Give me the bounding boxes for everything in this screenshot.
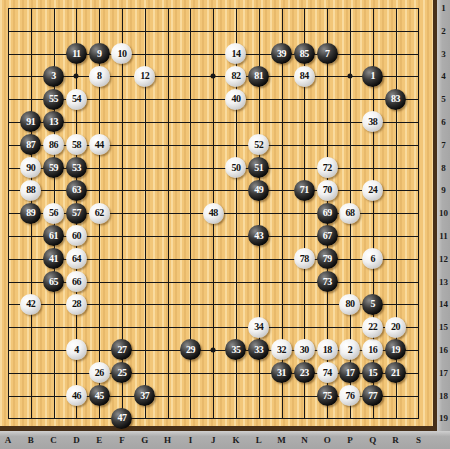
col-label-Q: Q — [369, 435, 376, 445]
stone-84: 84 — [294, 66, 315, 87]
stone-41: 41 — [43, 248, 64, 269]
move-number: 12 — [140, 71, 149, 81]
stone-83: 83 — [385, 89, 406, 110]
stone-79: 79 — [317, 248, 338, 269]
stone-81: 81 — [248, 66, 269, 87]
stone-37: 37 — [134, 385, 155, 406]
stone-21: 21 — [385, 362, 406, 383]
stone-39: 39 — [271, 43, 292, 64]
move-number: 58 — [72, 140, 81, 150]
move-number: 35 — [231, 345, 240, 355]
move-number: 41 — [49, 254, 58, 264]
stone-12: 12 — [134, 66, 155, 87]
stone-51: 51 — [248, 157, 269, 178]
move-number: 3 — [51, 71, 56, 81]
col-label-N: N — [301, 435, 308, 445]
move-number: 18 — [323, 345, 332, 355]
row-label-10: 10 — [439, 208, 448, 218]
stone-31: 31 — [271, 362, 292, 383]
stone-30: 30 — [294, 339, 315, 360]
stone-2: 2 — [339, 339, 360, 360]
move-number: 31 — [277, 368, 286, 378]
move-number: 6 — [371, 254, 376, 264]
row-label-15: 15 — [439, 322, 448, 332]
stone-69: 69 — [317, 203, 338, 224]
move-number: 34 — [254, 322, 263, 332]
stone-11: 11 — [66, 43, 87, 64]
stone-28: 28 — [66, 294, 87, 315]
move-number: 64 — [72, 254, 81, 264]
move-number: 10 — [117, 49, 126, 59]
stone-42: 42 — [20, 294, 41, 315]
move-number: 46 — [72, 391, 81, 401]
stone-67: 67 — [317, 225, 338, 246]
move-number: 62 — [95, 208, 104, 218]
stone-7: 7 — [317, 43, 338, 64]
move-number: 88 — [26, 185, 35, 195]
row-labels-strip: 12345678910111213141516171819 — [437, 0, 450, 431]
move-number: 73 — [323, 277, 332, 287]
col-label-P: P — [347, 435, 353, 445]
row-label-5: 5 — [441, 94, 446, 104]
move-number: 20 — [391, 322, 400, 332]
move-number: 15 — [368, 368, 377, 378]
row-label-4: 4 — [441, 71, 446, 81]
stone-55: 55 — [43, 89, 64, 110]
stone-71: 71 — [294, 180, 315, 201]
stones-layer: 1234567891011121314151617181920212223242… — [0, 0, 430, 430]
move-number: 5 — [371, 299, 376, 309]
col-label-I: I — [189, 435, 193, 445]
col-label-A: A — [5, 435, 12, 445]
move-number: 38 — [368, 117, 377, 127]
stone-57: 57 — [66, 203, 87, 224]
stone-27: 27 — [111, 339, 132, 360]
stone-47: 47 — [111, 408, 132, 429]
move-number: 84 — [300, 71, 309, 81]
move-number: 82 — [231, 71, 240, 81]
go-board[interactable]: 1234567891011121314151617181920212223242… — [0, 0, 450, 449]
move-number: 87 — [26, 140, 35, 150]
stone-35: 35 — [225, 339, 246, 360]
move-number: 52 — [254, 140, 263, 150]
stone-8: 8 — [89, 66, 110, 87]
move-number: 83 — [391, 94, 400, 104]
stone-59: 59 — [43, 157, 64, 178]
stone-13: 13 — [43, 111, 64, 132]
move-number: 47 — [117, 413, 126, 423]
stone-49: 49 — [248, 180, 269, 201]
stone-91: 91 — [20, 111, 41, 132]
stone-24: 24 — [362, 180, 383, 201]
column-labels-strip: ABCDEFGHIJKLMNOPQRS — [0, 431, 450, 449]
move-number: 26 — [95, 368, 104, 378]
stone-22: 22 — [362, 317, 383, 338]
move-number: 32 — [277, 345, 286, 355]
move-number: 23 — [300, 368, 309, 378]
stone-45: 45 — [89, 385, 110, 406]
move-number: 22 — [368, 322, 377, 332]
move-number: 60 — [72, 231, 81, 241]
stone-52: 52 — [248, 134, 269, 155]
row-label-7: 7 — [441, 140, 446, 150]
move-number: 17 — [345, 368, 354, 378]
row-label-13: 13 — [439, 277, 448, 287]
move-number: 54 — [72, 94, 81, 104]
move-number: 30 — [300, 345, 309, 355]
move-number: 29 — [186, 345, 195, 355]
stone-34: 34 — [248, 317, 269, 338]
move-number: 79 — [323, 254, 332, 264]
stone-29: 29 — [180, 339, 201, 360]
stone-50: 50 — [225, 157, 246, 178]
col-label-J: J — [211, 435, 216, 445]
move-number: 89 — [26, 208, 35, 218]
stone-15: 15 — [362, 362, 383, 383]
stone-43: 43 — [248, 225, 269, 246]
stone-33: 33 — [248, 339, 269, 360]
stone-38: 38 — [362, 111, 383, 132]
stone-58: 58 — [66, 134, 87, 155]
move-number: 39 — [277, 49, 286, 59]
stone-66: 66 — [66, 271, 87, 292]
move-number: 28 — [72, 299, 81, 309]
stone-88: 88 — [20, 180, 41, 201]
col-label-S: S — [416, 435, 421, 445]
move-number: 91 — [26, 117, 35, 127]
stone-89: 89 — [20, 203, 41, 224]
stone-18: 18 — [317, 339, 338, 360]
stone-14: 14 — [225, 43, 246, 64]
move-number: 75 — [323, 391, 332, 401]
move-number: 4 — [74, 345, 79, 355]
stone-3: 3 — [43, 66, 64, 87]
move-number: 53 — [72, 163, 81, 173]
col-label-M: M — [277, 435, 286, 445]
row-label-18: 18 — [439, 391, 448, 401]
row-label-16: 16 — [439, 345, 448, 355]
stone-62: 62 — [89, 203, 110, 224]
move-number: 43 — [254, 231, 263, 241]
move-number: 40 — [231, 94, 240, 104]
move-number: 81 — [254, 71, 263, 81]
move-number: 74 — [323, 368, 332, 378]
stone-86: 86 — [43, 134, 64, 155]
stone-77: 77 — [362, 385, 383, 406]
move-number: 70 — [323, 185, 332, 195]
stone-85: 85 — [294, 43, 315, 64]
col-label-O: O — [324, 435, 331, 445]
stone-4: 4 — [66, 339, 87, 360]
move-number: 78 — [300, 254, 309, 264]
move-number: 68 — [345, 208, 354, 218]
stone-1: 1 — [362, 66, 383, 87]
stone-82: 82 — [225, 66, 246, 87]
col-label-G: G — [141, 435, 148, 445]
move-number: 42 — [26, 299, 35, 309]
move-number: 59 — [49, 163, 58, 173]
move-number: 56 — [49, 208, 58, 218]
move-number: 7 — [325, 49, 330, 59]
stone-20: 20 — [385, 317, 406, 338]
stone-23: 23 — [294, 362, 315, 383]
move-number: 57 — [72, 208, 81, 218]
move-number: 8 — [97, 71, 102, 81]
stone-74: 74 — [317, 362, 338, 383]
stone-76: 76 — [339, 385, 360, 406]
stone-54: 54 — [66, 89, 87, 110]
move-number: 16 — [368, 345, 377, 355]
move-number: 9 — [97, 49, 102, 59]
stone-40: 40 — [225, 89, 246, 110]
stone-65: 65 — [43, 271, 64, 292]
stone-61: 61 — [43, 225, 64, 246]
stone-75: 75 — [317, 385, 338, 406]
move-number: 66 — [72, 277, 81, 287]
stone-87: 87 — [20, 134, 41, 155]
move-number: 37 — [140, 391, 149, 401]
move-number: 45 — [95, 391, 104, 401]
stone-5: 5 — [362, 294, 383, 315]
stone-60: 60 — [66, 225, 87, 246]
stone-56: 56 — [43, 203, 64, 224]
row-label-19: 19 — [439, 413, 448, 423]
move-number: 63 — [72, 185, 81, 195]
move-number: 13 — [49, 117, 58, 127]
move-number: 90 — [26, 163, 35, 173]
move-number: 1 — [371, 71, 376, 81]
stone-72: 72 — [317, 157, 338, 178]
move-number: 67 — [323, 231, 332, 241]
col-label-L: L — [256, 435, 262, 445]
row-label-14: 14 — [439, 299, 448, 309]
col-label-F: F — [119, 435, 125, 445]
stone-70: 70 — [317, 180, 338, 201]
move-number: 21 — [391, 368, 400, 378]
move-number: 86 — [49, 140, 58, 150]
col-label-R: R — [392, 435, 399, 445]
stone-64: 64 — [66, 248, 87, 269]
stone-10: 10 — [111, 43, 132, 64]
move-number: 50 — [231, 163, 240, 173]
move-number: 48 — [209, 208, 218, 218]
stone-63: 63 — [66, 180, 87, 201]
col-label-B: B — [28, 435, 34, 445]
move-number: 69 — [323, 208, 332, 218]
stone-53: 53 — [66, 157, 87, 178]
move-number: 25 — [117, 368, 126, 378]
move-number: 76 — [345, 391, 354, 401]
row-label-9: 9 — [441, 185, 446, 195]
stone-68: 68 — [339, 203, 360, 224]
row-label-3: 3 — [441, 49, 446, 59]
stone-44: 44 — [89, 134, 110, 155]
move-number: 65 — [49, 277, 58, 287]
stone-90: 90 — [20, 157, 41, 178]
stone-9: 9 — [89, 43, 110, 64]
stone-78: 78 — [294, 248, 315, 269]
move-number: 51 — [254, 163, 263, 173]
move-number: 44 — [95, 140, 104, 150]
stone-16: 16 — [362, 339, 383, 360]
move-number: 61 — [49, 231, 58, 241]
move-number: 72 — [323, 163, 332, 173]
stone-6: 6 — [362, 248, 383, 269]
row-label-12: 12 — [439, 254, 448, 264]
move-number: 24 — [368, 185, 377, 195]
stone-17: 17 — [339, 362, 360, 383]
move-number: 55 — [49, 94, 58, 104]
move-number: 33 — [254, 345, 263, 355]
move-number: 49 — [254, 185, 263, 195]
col-label-C: C — [50, 435, 57, 445]
col-label-D: D — [73, 435, 80, 445]
stone-25: 25 — [111, 362, 132, 383]
stone-48: 48 — [203, 203, 224, 224]
move-number: 27 — [117, 345, 126, 355]
row-label-6: 6 — [441, 117, 446, 127]
move-number: 80 — [345, 299, 354, 309]
col-label-E: E — [96, 435, 102, 445]
row-label-8: 8 — [441, 163, 446, 173]
move-number: 14 — [231, 49, 240, 59]
move-number: 71 — [300, 185, 309, 195]
row-label-2: 2 — [441, 26, 446, 36]
row-label-17: 17 — [439, 368, 448, 378]
col-label-H: H — [164, 435, 171, 445]
move-number: 77 — [368, 391, 377, 401]
stone-26: 26 — [89, 362, 110, 383]
stone-19: 19 — [385, 339, 406, 360]
row-label-1: 1 — [441, 3, 446, 13]
stone-80: 80 — [339, 294, 360, 315]
move-number: 2 — [348, 345, 353, 355]
stone-73: 73 — [317, 271, 338, 292]
row-label-11: 11 — [439, 231, 448, 241]
move-number: 19 — [391, 345, 400, 355]
col-label-K: K — [232, 435, 239, 445]
move-number: 85 — [300, 49, 309, 59]
move-number: 11 — [72, 49, 80, 59]
stone-32: 32 — [271, 339, 292, 360]
stone-46: 46 — [66, 385, 87, 406]
